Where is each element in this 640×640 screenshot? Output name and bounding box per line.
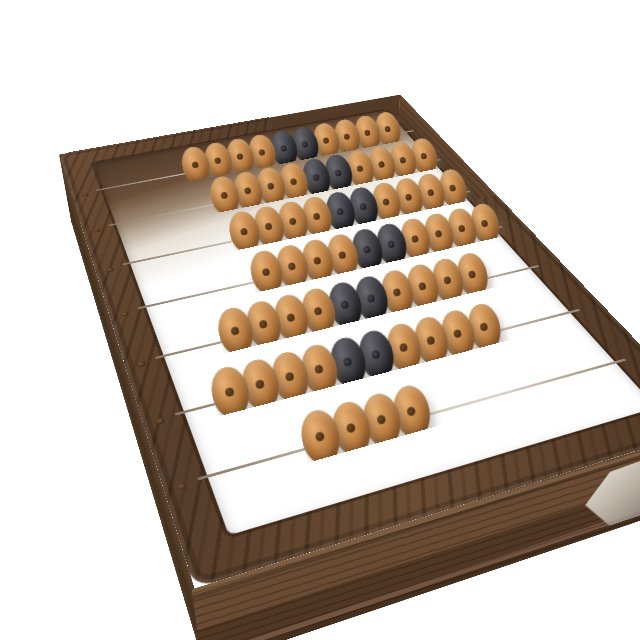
wire-hole-rod5 — [136, 361, 146, 368]
abacus-board — [59, 94, 640, 588]
scene — [0, 0, 640, 640]
wire-hole-rod4 — [120, 311, 129, 317]
wire-hole-rod6 — [155, 417, 165, 425]
wire-hole-rod2 — [93, 228, 101, 233]
wire-hole-rod7 — [176, 482, 187, 491]
wire-hole-rod1 — [81, 193, 89, 197]
wire-hole-rod3 — [106, 267, 115, 273]
rods-area — [94, 110, 640, 535]
